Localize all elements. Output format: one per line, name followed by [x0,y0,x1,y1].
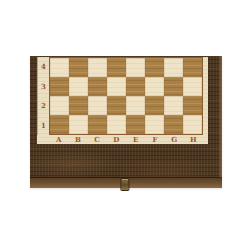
square-b4 [69,58,88,77]
clasp-latch [120,178,129,191]
square-d4 [107,58,126,77]
file-label-a: A [49,135,68,144]
square-c4 [88,58,107,77]
file-label-c: C [88,135,107,144]
square-h3 [183,77,202,96]
square-g4 [164,58,183,77]
file-label-h: H [184,135,203,144]
square-d3 [107,77,126,96]
square-f1 [145,115,164,134]
file-label-e: E [126,135,145,144]
product-photo-scene: 4321 ABCDEFGH [0,0,250,250]
rank-label-1: 1 [38,116,49,136]
square-h1 [183,115,202,134]
square-b3 [69,77,88,96]
file-label-d: D [107,135,126,144]
square-e4 [126,58,145,77]
square-f4 [145,58,164,77]
board-panel: 4321 ABCDEFGH [37,57,208,144]
square-e3 [126,77,145,96]
file-label-g: G [165,135,184,144]
square-f3 [145,77,164,96]
square-g1 [164,115,183,134]
square-h4 [183,58,202,77]
rank-label-4: 4 [38,57,49,77]
square-g2 [164,96,183,115]
rank-labels: 4321 [37,57,49,135]
rank-label-3: 3 [38,77,49,97]
file-label-f: F [145,135,164,144]
square-a4 [50,58,69,77]
square-a3 [50,77,69,96]
box-right-edge-highlight [218,56,222,188]
file-labels: ABCDEFGH [49,135,203,144]
square-d2 [107,96,126,115]
square-g3 [164,77,183,96]
board-squares [49,57,203,135]
square-d1 [107,115,126,134]
square-f2 [145,96,164,115]
square-e1 [126,115,145,134]
square-c3 [88,77,107,96]
file-label-b: B [68,135,87,144]
square-c2 [88,96,107,115]
square-b1 [69,115,88,134]
square-h2 [183,96,202,115]
chess-box: 4321 ABCDEFGH [30,56,222,188]
square-e2 [126,96,145,115]
square-a1 [50,115,69,134]
square-c1 [88,115,107,134]
rank-label-2: 2 [38,96,49,116]
square-a2 [50,96,69,115]
square-b2 [69,96,88,115]
